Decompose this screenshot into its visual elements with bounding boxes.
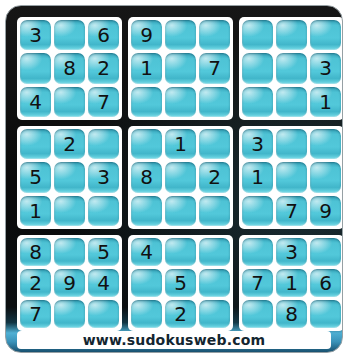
cell-r7c5[interactable] [165,238,196,266]
cell-r9c3[interactable] [88,300,119,328]
cell-r1c6[interactable] [199,20,230,50]
cell-r5c6[interactable]: 2 [199,162,230,192]
cell-r1c8[interactable] [276,20,307,50]
cell-r3c4[interactable] [131,87,162,117]
cell-r8c2[interactable]: 9 [54,269,85,297]
cell-r4c2[interactable]: 2 [54,129,85,159]
box-3-1: 852947 [17,235,122,331]
cell-r4c8[interactable] [276,129,307,159]
cell-r6c4[interactable] [131,196,162,226]
cell-r3c3[interactable]: 7 [88,87,119,117]
cell-r6c5[interactable] [165,196,196,226]
cell-r3c5[interactable] [165,87,196,117]
cell-r7c8[interactable]: 3 [276,238,307,266]
cell-r9c1[interactable]: 7 [20,300,51,328]
cell-r8c7[interactable]: 7 [242,269,273,297]
cell-r7c4[interactable]: 4 [131,238,162,266]
cell-r1c9[interactable] [310,20,341,50]
cell-r2c6[interactable]: 7 [199,53,230,83]
cell-r2c3[interactable]: 2 [88,53,119,83]
cell-r4c1[interactable] [20,129,51,159]
cell-r5c5[interactable] [165,162,196,192]
footer-bar: www.sudokusweb.com [17,331,331,349]
cell-r7c1[interactable]: 8 [20,238,51,266]
cell-r9c4[interactable] [131,300,162,328]
cell-r6c1[interactable]: 1 [20,196,51,226]
cell-r4c4[interactable] [131,129,162,159]
cell-r5c1[interactable]: 5 [20,162,51,192]
cell-r2c5[interactable] [165,53,196,83]
cell-r5c2[interactable] [54,162,85,192]
cell-r3c2[interactable] [54,87,85,117]
cell-r5c8[interactable] [276,162,307,192]
cell-r2c8[interactable] [276,53,307,83]
cell-r2c9[interactable]: 3 [310,53,341,83]
puzzle-panel: 368247917312531182317985294745237168 www… [5,5,343,353]
site-url: www.sudokusweb.com [83,332,266,348]
cell-r4c7[interactable]: 3 [242,129,273,159]
cell-r5c7[interactable]: 1 [242,162,273,192]
cell-r8c1[interactable]: 2 [20,269,51,297]
cell-r1c1[interactable]: 3 [20,20,51,50]
cell-r7c9[interactable] [310,238,341,266]
cell-r7c2[interactable] [54,238,85,266]
cell-r8c8[interactable]: 1 [276,269,307,297]
cell-r2c7[interactable] [242,53,273,83]
box-1-2: 917 [128,17,233,120]
cell-r6c9[interactable]: 9 [310,196,341,226]
cell-r7c3[interactable]: 5 [88,238,119,266]
cell-r9c8[interactable]: 8 [276,300,307,328]
cell-r3c7[interactable] [242,87,273,117]
cell-r9c5[interactable]: 2 [165,300,196,328]
cell-r6c7[interactable] [242,196,273,226]
cell-r6c2[interactable] [54,196,85,226]
box-3-2: 452 [128,235,233,331]
cell-r1c2[interactable] [54,20,85,50]
box-1-3: 31 [239,17,343,120]
box-2-3: 3179 [239,126,343,229]
cell-r7c6[interactable] [199,238,230,266]
cell-r8c5[interactable]: 5 [165,269,196,297]
cell-r5c9[interactable] [310,162,341,192]
cell-r1c3[interactable]: 6 [88,20,119,50]
box-1-1: 368247 [17,17,122,120]
box-2-2: 182 [128,126,233,229]
cell-r2c4[interactable]: 1 [131,53,162,83]
cell-r3c1[interactable]: 4 [20,87,51,117]
cell-r8c4[interactable] [131,269,162,297]
cell-r3c8[interactable] [276,87,307,117]
box-2-1: 2531 [17,126,122,229]
cell-r9c2[interactable] [54,300,85,328]
cell-r1c7[interactable] [242,20,273,50]
cell-r3c9[interactable]: 1 [310,87,341,117]
cell-r7c7[interactable] [242,238,273,266]
cell-r4c3[interactable] [88,129,119,159]
cell-r5c4[interactable]: 8 [131,162,162,192]
cell-r6c8[interactable]: 7 [276,196,307,226]
sudoku-grid: 368247917312531182317985294745237168 [17,17,343,331]
cell-r2c2[interactable]: 8 [54,53,85,83]
cell-r6c6[interactable] [199,196,230,226]
cell-r8c9[interactable]: 6 [310,269,341,297]
cell-r4c5[interactable]: 1 [165,129,196,159]
cell-r1c5[interactable] [165,20,196,50]
cell-r9c6[interactable] [199,300,230,328]
box-3-3: 37168 [239,235,343,331]
cell-r8c3[interactable]: 4 [88,269,119,297]
cell-r2c1[interactable] [20,53,51,83]
cell-r8c6[interactable] [199,269,230,297]
cell-r3c6[interactable] [199,87,230,117]
cell-r4c6[interactable] [199,129,230,159]
cell-r9c9[interactable] [310,300,341,328]
cell-r6c3[interactable] [88,196,119,226]
cell-r9c7[interactable] [242,300,273,328]
cell-r4c9[interactable] [310,129,341,159]
cell-r1c4[interactable]: 9 [131,20,162,50]
cell-r5c3[interactable]: 3 [88,162,119,192]
